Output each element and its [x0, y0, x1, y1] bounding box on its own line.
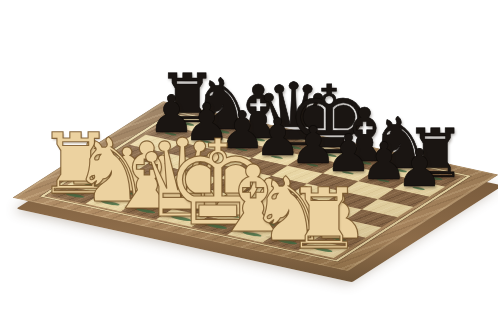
chess-board: ♜♞♝♛♚♝♞♜♟♟♟♟♟♟♟♟♟♟♟♟♟♟♟♟♜♞♝♛♚♝♞♜	[12, 101, 498, 271]
black-pawn-icon: ♟	[396, 143, 442, 195]
white-rook-icon: ♜	[286, 177, 361, 261]
photo-canvas: ♜♞♝♛♚♝♞♜♟♟♟♟♟♟♟♟♟♟♟♟♟♟♟♟♜♞♝♛♚♝♞♜	[0, 0, 498, 332]
pieces-layer: ♜♞♝♛♚♝♞♜♟♟♟♟♟♟♟♟♟♟♟♟♟♟♟♟♜♞♝♛♚♝♞♜	[12, 101, 498, 271]
